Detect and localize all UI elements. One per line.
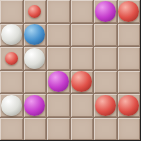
cell-r1-c4[interactable]	[94, 24, 117, 47]
cell-r5-c2[interactable]	[47, 118, 70, 141]
cell-r4-c1[interactable]	[24, 94, 47, 117]
magenta-ball[interactable]	[95, 1, 116, 22]
magenta-ball[interactable]	[48, 71, 69, 92]
cell-r4-c0[interactable]	[0, 94, 23, 117]
cell-r1-c5[interactable]	[118, 24, 141, 47]
cell-r0-c1[interactable]	[24, 0, 47, 23]
cell-r3-c2[interactable]	[47, 71, 70, 94]
cell-r1-c2[interactable]	[47, 24, 70, 47]
cell-r5-c0[interactable]	[0, 118, 23, 141]
cell-r5-c1[interactable]	[24, 118, 47, 141]
cell-r2-c1[interactable]	[24, 47, 47, 70]
cell-r4-c5[interactable]	[118, 94, 141, 117]
cell-r0-c5[interactable]	[118, 0, 141, 23]
cell-r4-c2[interactable]	[47, 94, 70, 117]
cell-r3-c1[interactable]	[24, 71, 47, 94]
cell-r2-c3[interactable]	[71, 47, 94, 70]
white-ball[interactable]	[1, 95, 22, 116]
cell-r2-c4[interactable]	[94, 47, 117, 70]
red-ball[interactable]	[95, 95, 116, 116]
cell-r4-c4[interactable]	[94, 94, 117, 117]
cell-r1-c0[interactable]	[0, 24, 23, 47]
red-ball[interactable]	[71, 71, 92, 92]
cell-r2-c2[interactable]	[47, 47, 70, 70]
cell-r3-c4[interactable]	[94, 71, 117, 94]
magenta-ball[interactable]	[24, 95, 45, 116]
cell-r2-c5[interactable]	[118, 47, 141, 70]
cell-r5-c5[interactable]	[118, 118, 141, 141]
cell-r3-c3[interactable]	[71, 71, 94, 94]
cell-r3-c5[interactable]	[118, 71, 141, 94]
cell-r5-c3[interactable]	[71, 118, 94, 141]
cell-r1-c3[interactable]	[71, 24, 94, 47]
red-ball[interactable]	[118, 1, 139, 22]
cell-r0-c2[interactable]	[47, 0, 70, 23]
cell-r0-c4[interactable]	[94, 0, 117, 23]
white-ball[interactable]	[1, 24, 22, 45]
white-ball[interactable]	[24, 48, 45, 69]
cell-r4-c3[interactable]	[71, 94, 94, 117]
cell-r1-c1[interactable]	[24, 24, 47, 47]
blue-ball[interactable]	[24, 24, 45, 45]
red-ball-preview[interactable]	[28, 5, 41, 18]
cell-r3-c0[interactable]	[0, 71, 23, 94]
cell-r2-c0[interactable]	[0, 47, 23, 70]
game-screen	[0, 0, 140, 140]
cell-r0-c0[interactable]	[0, 0, 23, 23]
red-ball-preview[interactable]	[5, 52, 18, 65]
red-ball[interactable]	[118, 95, 139, 116]
cell-r5-c4[interactable]	[94, 118, 117, 141]
cell-r0-c3[interactable]	[71, 0, 94, 23]
board	[0, 0, 140, 140]
